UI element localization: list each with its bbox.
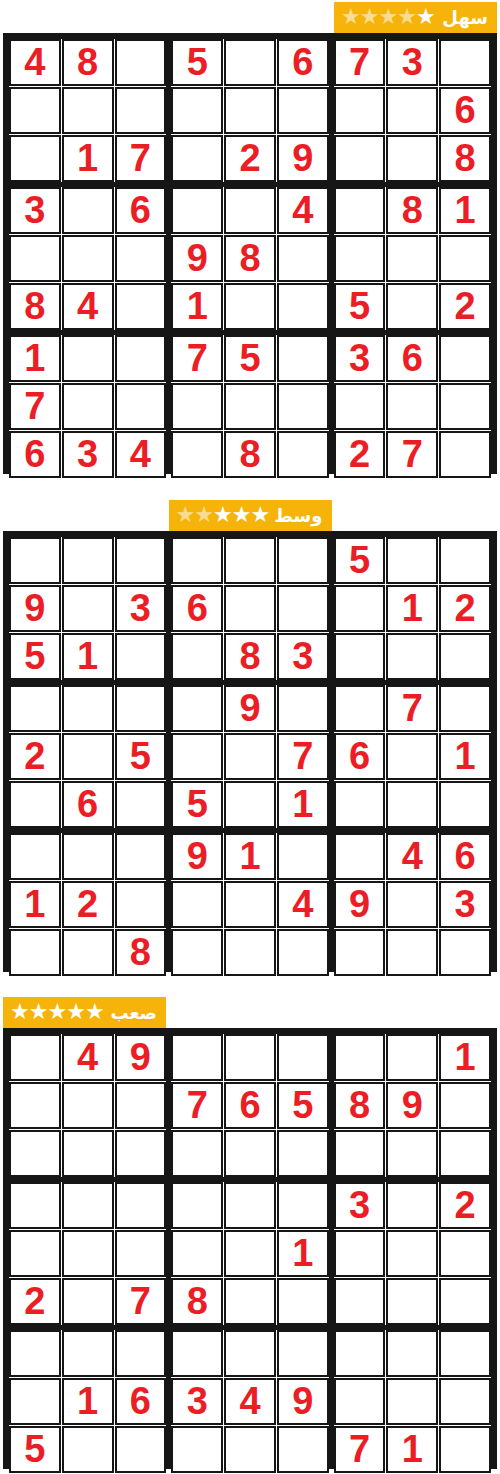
sudoku-box: 27 (9, 1182, 166, 1325)
sudoku-cell-empty[interactable] (334, 187, 386, 234)
sudoku-cell-empty[interactable] (171, 1230, 223, 1277)
sudoku-cell-given: 8 (171, 1278, 223, 1325)
sudoku-cell-empty[interactable] (277, 283, 329, 330)
sudoku-cell-empty[interactable] (171, 733, 223, 780)
sudoku-box: 128 (9, 833, 166, 976)
sudoku-cell-given: 2 (334, 431, 386, 478)
sudoku-cell-given: 9 (9, 585, 61, 632)
sudoku-cell-empty[interactable] (115, 833, 167, 880)
sudoku-cell-given: 8 (62, 39, 114, 86)
sudoku-cell-empty[interactable] (115, 1182, 167, 1229)
sudoku-cell-empty[interactable] (9, 1230, 61, 1277)
star-icon-filled: ★ (213, 504, 232, 526)
sudoku-cell-empty[interactable] (439, 335, 491, 382)
sudoku-cell-empty[interactable] (277, 537, 329, 584)
sudoku-cell-empty[interactable] (171, 187, 223, 234)
sudoku-cell-empty[interactable] (334, 781, 386, 828)
sudoku-cell-empty[interactable] (115, 335, 167, 382)
sudoku-cell-given: 6 (115, 1378, 167, 1425)
sudoku-cell-given: 3 (115, 585, 167, 632)
sudoku-cell-empty[interactable] (386, 1378, 438, 1425)
sudoku-box: 9351 (9, 537, 166, 680)
sudoku-cell-given: 9 (277, 1378, 329, 1425)
sudoku-cell-given: 4 (386, 833, 438, 880)
sudoku-cell-empty[interactable] (439, 1230, 491, 1277)
sudoku-cell-empty[interactable] (386, 537, 438, 584)
sudoku-cell-given: 9 (171, 235, 223, 282)
sudoku-grid-easy: 481756297368368449818152176347583627 (3, 33, 497, 474)
sudoku-box: 5629 (171, 39, 328, 182)
sudoku-cell-empty[interactable] (9, 1330, 61, 1377)
sudoku-cell-given: 6 (439, 87, 491, 134)
sudoku-cell-empty[interactable] (334, 235, 386, 282)
star-icon-empty: ★ (378, 6, 397, 28)
sudoku-cell-empty[interactable] (386, 929, 438, 976)
sudoku-cell-empty[interactable] (277, 1034, 329, 1081)
sudoku-cell-given: 1 (386, 585, 438, 632)
sudoku-cell-empty[interactable] (224, 39, 276, 86)
sudoku-cell-given: 7 (334, 39, 386, 86)
sudoku-cell-empty[interactable] (115, 685, 167, 732)
sudoku-cell-given: 3 (171, 1378, 223, 1425)
sudoku-box: 8152 (334, 187, 491, 330)
sudoku-cell-empty[interactable] (386, 1230, 438, 1277)
star-icon-filled: ★ (66, 1001, 85, 1023)
sudoku-cell-empty[interactable] (171, 633, 223, 680)
sudoku-cell-empty[interactable] (171, 929, 223, 976)
sudoku-cell-empty[interactable] (9, 135, 61, 182)
sudoku-cell-empty[interactable] (334, 685, 386, 732)
sudoku-cell-given: 3 (334, 1182, 386, 1229)
sudoku-cell-given: 3 (277, 633, 329, 680)
sudoku-cell-given: 6 (115, 187, 167, 234)
sudoku-cell-empty[interactable] (115, 235, 167, 282)
sudoku-cell-empty[interactable] (277, 335, 329, 382)
sudoku-cell-empty[interactable] (171, 1426, 223, 1473)
sudoku-cell-empty[interactable] (62, 1130, 114, 1177)
sudoku-cell-empty[interactable] (224, 1130, 276, 1177)
sudoku-cell-empty[interactable] (224, 1182, 276, 1229)
sudoku-cell-given (439, 431, 491, 478)
sudoku-cell-given: 8 (334, 1082, 386, 1129)
sudoku-cell-empty[interactable] (439, 1082, 491, 1129)
sudoku-cell-empty[interactable] (224, 283, 276, 330)
difficulty-banner-medium: ★★★★★ وسط (169, 500, 332, 531)
sudoku-cell-empty[interactable] (9, 235, 61, 282)
sudoku-cell-empty[interactable] (115, 1130, 167, 1177)
sudoku-cell-given: 6 (62, 781, 114, 828)
sudoku-cell-given: 1 (277, 781, 329, 828)
sudoku-cell-given: 1 (386, 1426, 438, 1473)
sudoku-cell-empty[interactable] (334, 833, 386, 880)
sudoku-box: 7368 (334, 39, 491, 182)
sudoku-box: 17634 (9, 335, 166, 478)
sudoku-cell-empty[interactable] (334, 1278, 386, 1325)
sudoku-cell-given: 7 (334, 1426, 386, 1473)
sudoku-cell-empty[interactable] (439, 235, 491, 282)
sudoku-box: 4981 (171, 187, 328, 330)
sudoku-cell-empty[interactable] (171, 1182, 223, 1229)
sudoku-cell-empty[interactable] (62, 1278, 114, 1325)
sudoku-cell-empty[interactable] (277, 833, 329, 880)
sudoku-cell-empty[interactable] (334, 1130, 386, 1177)
sudoku-cell-empty[interactable] (115, 1082, 167, 1129)
sudoku-cell-given: 5 (224, 335, 276, 382)
sudoku-cell-empty[interactable] (9, 833, 61, 880)
sudoku-cell-empty[interactable] (439, 1330, 491, 1377)
sudoku-cell-empty[interactable] (439, 537, 491, 584)
sudoku-cell-empty[interactable] (171, 685, 223, 732)
sudoku-cell-given: 5 (115, 733, 167, 780)
sudoku-cell-given: 5 (9, 633, 61, 680)
sudoku-cell-given: 2 (62, 881, 114, 928)
sudoku-sheet: ★★★★★ سهل 481756297368368449818152176347… (0, 0, 500, 1474)
sudoku-cell-given: 6 (439, 833, 491, 880)
sudoku-cell-empty[interactable] (334, 929, 386, 976)
sudoku-cell-given: 1 (439, 733, 491, 780)
sudoku-cell-empty[interactable] (224, 1426, 276, 1473)
sudoku-cell-given: 4 (277, 187, 329, 234)
puzzle-easy: ★★★★★ سهل 481756297368368449818152176347… (3, 2, 497, 474)
sudoku-cell-given: 9 (171, 833, 223, 880)
sudoku-cell-empty[interactable] (386, 733, 438, 780)
sudoku-cell-empty[interactable] (115, 1230, 167, 1277)
sudoku-cell-empty[interactable] (115, 1330, 167, 1377)
sudoku-cell-given: 7 (386, 685, 438, 732)
sudoku-cell-empty[interactable] (224, 1278, 276, 1325)
sudoku-box: 4693 (334, 833, 491, 976)
sudoku-cell-given: 2 (439, 283, 491, 330)
sudoku-cell-given: 2 (9, 733, 61, 780)
sudoku-cell-empty[interactable] (277, 87, 329, 134)
sudoku-cell-empty[interactable] (171, 431, 223, 478)
sudoku-cell-empty[interactable] (224, 929, 276, 976)
sudoku-cell-empty[interactable] (62, 335, 114, 382)
difficulty-label: وسط (274, 507, 324, 525)
sudoku-cell-empty[interactable] (277, 383, 329, 430)
sudoku-cell-empty[interactable] (224, 781, 276, 828)
sudoku-box: 3627 (334, 335, 491, 478)
sudoku-cell-given: 5 (277, 1082, 329, 1129)
sudoku-cell-given: 9 (386, 1082, 438, 1129)
star-icon-filled: ★ (29, 1001, 48, 1023)
star-rating: ★★★★★ (10, 1002, 104, 1024)
sudoku-cell-empty[interactable] (224, 1330, 276, 1377)
sudoku-box: 3684 (9, 187, 166, 330)
sudoku-cell-empty[interactable] (439, 39, 491, 86)
sudoku-cell-given: 4 (224, 1378, 276, 1425)
sudoku-cell-given: 7 (171, 335, 223, 382)
sudoku-cell-empty[interactable] (386, 1130, 438, 1177)
sudoku-cell-empty[interactable] (62, 1426, 114, 1473)
sudoku-cell-empty[interactable] (9, 1130, 61, 1177)
sudoku-cell-empty[interactable] (334, 1378, 386, 1425)
sudoku-cell-empty[interactable] (439, 633, 491, 680)
sudoku-box: 4817 (9, 39, 166, 182)
sudoku-box: 165 (9, 1330, 166, 1473)
sudoku-cell-empty[interactable] (62, 87, 114, 134)
sudoku-box: 765 (171, 1034, 328, 1177)
sudoku-cell-given: 2 (224, 135, 276, 182)
star-icon-filled: ★ (416, 6, 435, 28)
sudoku-cell-empty[interactable] (115, 881, 167, 928)
sudoku-cell-given: 8 (224, 633, 276, 680)
star-icon-empty: ★ (341, 6, 360, 28)
sudoku-cell-given: 5 (171, 781, 223, 828)
sudoku-cell-empty[interactable] (9, 929, 61, 976)
sudoku-box: 512 (334, 537, 491, 680)
sudoku-cell-given: 7 (9, 383, 61, 430)
sudoku-box: 349 (171, 1330, 328, 1473)
sudoku-cell-given: 5 (334, 283, 386, 330)
sudoku-cell-empty[interactable] (115, 87, 167, 134)
star-icon-empty: ★ (194, 504, 213, 526)
sudoku-cell-empty[interactable] (439, 383, 491, 430)
sudoku-cell-empty[interactable] (386, 383, 438, 430)
sudoku-cell-empty[interactable] (386, 235, 438, 282)
sudoku-cell-given: 9 (334, 881, 386, 928)
sudoku-cell-empty[interactable] (171, 1330, 223, 1377)
sudoku-cell-empty[interactable] (439, 1278, 491, 1325)
sudoku-cell-empty[interactable] (334, 1230, 386, 1277)
sudoku-cell-given: 1 (171, 283, 223, 330)
sudoku-cell-given: 6 (277, 39, 329, 86)
puzzle-hard: ★★★★★ صعب 4976518927183216534971 (3, 997, 497, 1469)
sudoku-cell-given: 1 (62, 1378, 114, 1425)
sudoku-cell-given: 7 (171, 1082, 223, 1129)
sudoku-cell-empty[interactable] (62, 833, 114, 880)
sudoku-cell-given: 1 (9, 881, 61, 928)
sudoku-cell-empty[interactable] (62, 929, 114, 976)
sudoku-cell-empty[interactable] (224, 733, 276, 780)
sudoku-cell-empty[interactable] (9, 1378, 61, 1425)
sudoku-cell-empty[interactable] (62, 1182, 114, 1229)
sudoku-cell-given: 1 (62, 135, 114, 182)
sudoku-cell-given: 8 (115, 929, 167, 976)
sudoku-cell-empty[interactable] (277, 1182, 329, 1229)
sudoku-cell-given: 8 (224, 235, 276, 282)
sudoku-cell-empty[interactable] (334, 383, 386, 430)
sudoku-cell-given: 3 (62, 431, 114, 478)
sudoku-cell-empty[interactable] (224, 87, 276, 134)
sudoku-cell-given: 5 (334, 537, 386, 584)
sudoku-cell-empty[interactable] (224, 881, 276, 928)
star-icon-empty: ★ (176, 504, 195, 526)
sudoku-cell-given: 5 (9, 1426, 61, 1473)
sudoku-cell-empty[interactable] (171, 537, 223, 584)
sudoku-box: 189 (334, 1034, 491, 1177)
star-icon-empty: ★ (360, 6, 379, 28)
sudoku-box: 71 (334, 1330, 491, 1473)
sudoku-cell-empty[interactable] (386, 1182, 438, 1229)
sudoku-cell-given: 8 (439, 135, 491, 182)
sudoku-cell-empty[interactable] (115, 1426, 167, 1473)
sudoku-cell-empty[interactable] (386, 135, 438, 182)
sudoku-cell-given: 7 (115, 1278, 167, 1325)
sudoku-box: 18 (171, 1182, 328, 1325)
sudoku-cell-empty[interactable] (277, 431, 329, 478)
sudoku-cell-given: 5 (171, 39, 223, 86)
sudoku-cell-empty[interactable] (386, 633, 438, 680)
sudoku-cell-empty[interactable] (171, 87, 223, 134)
sudoku-cell-given: 9 (115, 1034, 167, 1081)
sudoku-cell-empty[interactable] (224, 537, 276, 584)
sudoku-cell-empty[interactable] (277, 585, 329, 632)
sudoku-cell-empty[interactable] (439, 1378, 491, 1425)
sudoku-cell-given: 4 (277, 881, 329, 928)
sudoku-cell-given: 3 (439, 881, 491, 928)
sudoku-cell-empty[interactable] (9, 685, 61, 732)
sudoku-box: 256 (9, 685, 166, 828)
sudoku-cell-given: 4 (62, 283, 114, 330)
sudoku-cell-empty[interactable] (62, 1082, 114, 1129)
sudoku-cell-empty[interactable] (115, 633, 167, 680)
sudoku-cell-given: 1 (439, 1034, 491, 1081)
sudoku-cell-empty[interactable] (115, 781, 167, 828)
sudoku-cell-given: 9 (224, 685, 276, 732)
sudoku-box: 683 (171, 537, 328, 680)
sudoku-cell-empty[interactable] (334, 633, 386, 680)
sudoku-cell-given: 6 (334, 733, 386, 780)
sudoku-cell-empty[interactable] (277, 685, 329, 732)
sudoku-cell-empty[interactable] (386, 1034, 438, 1081)
sudoku-cell-empty[interactable] (277, 1426, 329, 1473)
sudoku-cell-empty[interactable] (171, 1130, 223, 1177)
sudoku-cell-given: 7 (115, 135, 167, 182)
sudoku-cell-empty[interactable] (386, 781, 438, 828)
sudoku-cell-given: 7 (277, 733, 329, 780)
sudoku-cell-empty[interactable] (62, 187, 114, 234)
sudoku-cell-given: 7 (386, 431, 438, 478)
sudoku-cell-empty[interactable] (277, 1130, 329, 1177)
sudoku-cell-empty[interactable] (386, 283, 438, 330)
sudoku-box: 32 (334, 1182, 491, 1325)
star-icon-empty: ★ (397, 6, 416, 28)
star-icon-filled: ★ (250, 504, 269, 526)
sudoku-cell-empty[interactable] (9, 1082, 61, 1129)
sudoku-cell-empty[interactable] (171, 881, 223, 928)
sudoku-cell-given: 8 (224, 431, 276, 478)
difficulty-banner-easy: ★★★★★ سهل (334, 2, 497, 33)
sudoku-cell-empty[interactable] (62, 537, 114, 584)
sudoku-cell-empty[interactable] (115, 283, 167, 330)
sudoku-cell-empty[interactable] (277, 1278, 329, 1325)
sudoku-cell-empty[interactable] (62, 685, 114, 732)
sudoku-cell-empty[interactable] (62, 235, 114, 282)
difficulty-banner-hard: ★★★★★ صعب (3, 997, 166, 1028)
sudoku-cell-empty[interactable] (62, 733, 114, 780)
sudoku-cell-empty[interactable] (334, 135, 386, 182)
sudoku-cell-empty[interactable] (439, 929, 491, 976)
sudoku-cell-empty[interactable] (277, 235, 329, 282)
sudoku-cell-given: 1 (9, 335, 61, 382)
sudoku-cell-given: 2 (439, 585, 491, 632)
sudoku-cell-empty[interactable] (115, 537, 167, 584)
sudoku-cell-empty[interactable] (171, 1034, 223, 1081)
sudoku-cell-empty[interactable] (439, 1426, 491, 1473)
sudoku-cell-given: 1 (277, 1230, 329, 1277)
star-icon-filled: ★ (47, 1001, 66, 1023)
sudoku-box: 49 (9, 1034, 166, 1177)
sudoku-box: 758 (171, 335, 328, 478)
sudoku-cell-empty[interactable] (171, 135, 223, 182)
sudoku-cell-empty[interactable] (9, 537, 61, 584)
star-icon-filled: ★ (85, 1001, 104, 1023)
sudoku-grid-hard: 4976518927183216534971 (3, 1028, 497, 1469)
sudoku-cell-given: 3 (9, 187, 61, 234)
star-rating: ★★★★★ (341, 7, 435, 29)
sudoku-cell-given: 9 (277, 135, 329, 182)
sudoku-cell-empty[interactable] (224, 1034, 276, 1081)
sudoku-box: 9751 (171, 685, 328, 828)
sudoku-cell-empty[interactable] (224, 1230, 276, 1277)
sudoku-cell-empty[interactable] (334, 1034, 386, 1081)
sudoku-cell-given: 6 (9, 431, 61, 478)
sudoku-cell-given: 1 (62, 633, 114, 680)
sudoku-cell-empty[interactable] (224, 585, 276, 632)
sudoku-cell-given: 2 (9, 1278, 61, 1325)
sudoku-cell-given: 1 (439, 187, 491, 234)
star-icon-filled: ★ (10, 1001, 29, 1023)
sudoku-cell-empty[interactable] (439, 781, 491, 828)
sudoku-cell-empty[interactable] (386, 881, 438, 928)
sudoku-cell-given: 6 (171, 585, 223, 632)
sudoku-cell-empty[interactable] (386, 87, 438, 134)
sudoku-cell-empty[interactable] (439, 1130, 491, 1177)
sudoku-cell-given: 2 (439, 1182, 491, 1229)
sudoku-cell-empty[interactable] (386, 1330, 438, 1377)
sudoku-box: 761 (334, 685, 491, 828)
sudoku-cell-empty[interactable] (115, 39, 167, 86)
sudoku-cell-empty[interactable] (115, 383, 167, 430)
sudoku-cell-given: 1 (224, 833, 276, 880)
sudoku-box: 914 (171, 833, 328, 976)
sudoku-cell-empty[interactable] (334, 585, 386, 632)
sudoku-cell-given: 4 (62, 1034, 114, 1081)
sudoku-cell-empty[interactable] (62, 383, 114, 430)
sudoku-cell-empty[interactable] (62, 1330, 114, 1377)
star-rating: ★★★★★ (176, 505, 270, 527)
difficulty-label: صعب (110, 1004, 159, 1022)
sudoku-cell-empty[interactable] (224, 383, 276, 430)
sudoku-cell-empty[interactable] (386, 1278, 438, 1325)
sudoku-cell-empty[interactable] (224, 187, 276, 234)
sudoku-cell-empty[interactable] (277, 1330, 329, 1377)
sudoku-cell-empty[interactable] (9, 1034, 61, 1081)
star-icon-filled: ★ (232, 504, 251, 526)
sudoku-cell-empty[interactable] (9, 87, 61, 134)
sudoku-cell-empty[interactable] (9, 781, 61, 828)
sudoku-cell-given: 3 (386, 39, 438, 86)
sudoku-cell-empty[interactable] (334, 87, 386, 134)
sudoku-cell-given: 6 (224, 1082, 276, 1129)
sudoku-cell-given: 8 (9, 283, 61, 330)
sudoku-cell-empty[interactable] (171, 383, 223, 430)
sudoku-cell-empty[interactable] (277, 929, 329, 976)
sudoku-cell-given: 8 (386, 187, 438, 234)
sudoku-cell-empty[interactable] (9, 1182, 61, 1229)
sudoku-cell-given: 4 (9, 39, 61, 86)
sudoku-cell-given: 4 (115, 431, 167, 478)
sudoku-cell-empty[interactable] (439, 685, 491, 732)
puzzle-medium: ★★★★★ وسط 935168351225697517611289144693 (3, 500, 497, 972)
sudoku-cell-empty[interactable] (334, 1330, 386, 1377)
difficulty-label: سهل (442, 9, 490, 27)
sudoku-grid-medium: 935168351225697517611289144693 (3, 531, 497, 972)
sudoku-cell-empty[interactable] (62, 585, 114, 632)
sudoku-cell-given: 3 (334, 335, 386, 382)
sudoku-cell-empty[interactable] (62, 1230, 114, 1277)
